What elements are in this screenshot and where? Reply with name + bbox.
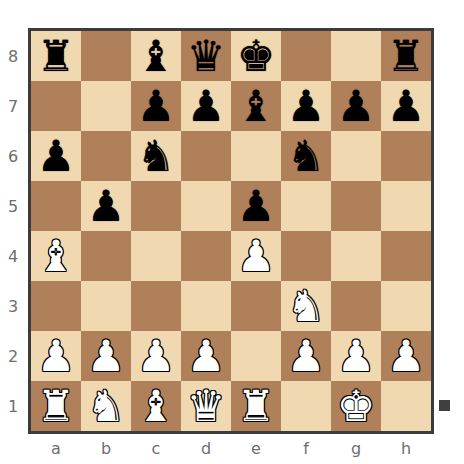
file-labels: abcdefgh [31,434,431,462]
square-d6[interactable] [181,131,231,181]
white-rook[interactable]: ♜ [237,385,276,428]
square-h6[interactable] [381,131,431,181]
square-e6[interactable] [231,131,281,181]
square-c7[interactable]: ♟ [131,81,181,131]
square-g6[interactable] [331,131,381,181]
white-knight[interactable]: ♞ [87,385,126,428]
white-pawn[interactable]: ♟ [287,335,326,378]
square-c5[interactable] [131,181,181,231]
black-knight[interactable]: ♞ [137,135,176,178]
white-bishop[interactable]: ♝ [137,385,176,428]
square-d7[interactable]: ♟ [181,81,231,131]
black-knight[interactable]: ♞ [287,135,326,178]
file-label-d: d [181,434,231,462]
black-bishop[interactable]: ♝ [237,85,276,128]
black-rook[interactable]: ♜ [387,35,426,78]
square-e7[interactable]: ♝ [231,81,281,131]
white-pawn[interactable]: ♟ [237,235,276,278]
black-pawn[interactable]: ♟ [37,135,76,178]
black-king[interactable]: ♚ [237,35,276,78]
square-c3[interactable] [131,281,181,331]
square-e1[interactable]: ♜ [231,381,281,431]
square-a8[interactable]: ♜ [31,31,81,81]
square-b3[interactable] [81,281,131,331]
square-h3[interactable] [381,281,431,331]
square-f5[interactable] [281,181,331,231]
square-g8[interactable] [331,31,381,81]
square-g7[interactable]: ♟ [331,81,381,131]
rank-label-5: 5 [0,181,26,231]
square-d4[interactable] [181,231,231,281]
white-pawn[interactable]: ♟ [37,335,76,378]
square-e4[interactable]: ♟ [231,231,281,281]
rank-label-1: 1 [0,381,26,431]
square-h7[interactable]: ♟ [381,81,431,131]
square-a2[interactable]: ♟ [31,331,81,381]
white-pawn[interactable]: ♟ [87,335,126,378]
square-b4[interactable] [81,231,131,281]
square-f3[interactable]: ♞ [281,281,331,331]
white-pawn[interactable]: ♟ [337,335,376,378]
square-a7[interactable] [31,81,81,131]
black-queen[interactable]: ♛ [187,35,226,78]
file-label-e: e [231,434,281,462]
square-g5[interactable] [331,181,381,231]
black-pawn[interactable]: ♟ [287,85,326,128]
white-queen[interactable]: ♛ [187,385,226,428]
square-g2[interactable]: ♟ [331,331,381,381]
file-label-g: g [331,434,381,462]
chess-board-screenshot: 87654321 ♜♝♛♚♜♟♟♝♟♟♟♟♞♞♟♟♝♟♞♟♟♟♟♟♟♟♜♞♝♛♜… [0,0,464,464]
square-h8[interactable]: ♜ [381,31,431,81]
square-a6[interactable]: ♟ [31,131,81,181]
board: ♜♝♛♚♜♟♟♝♟♟♟♟♞♞♟♟♝♟♞♟♟♟♟♟♟♟♜♞♝♛♜♚ [28,28,434,434]
square-c8[interactable]: ♝ [131,31,181,81]
rank-label-2: 2 [0,331,26,381]
square-b6[interactable] [81,131,131,181]
square-f8[interactable] [281,31,331,81]
black-pawn[interactable]: ♟ [237,185,276,228]
square-f1[interactable] [281,381,331,431]
file-label-c: c [131,434,181,462]
white-pawn[interactable]: ♟ [387,335,426,378]
square-a1[interactable]: ♜ [31,381,81,431]
square-g3[interactable] [331,281,381,331]
rank-label-3: 3 [0,281,26,331]
file-label-f: f [281,434,331,462]
square-d8[interactable]: ♛ [181,31,231,81]
white-knight[interactable]: ♞ [287,285,326,328]
square-c2[interactable]: ♟ [131,331,181,381]
square-b5[interactable]: ♟ [81,181,131,231]
black-pawn[interactable]: ♟ [137,85,176,128]
square-g4[interactable] [331,231,381,281]
file-label-a: a [31,434,81,462]
square-a5[interactable] [31,181,81,231]
square-b8[interactable] [81,31,131,81]
square-h2[interactable]: ♟ [381,331,431,381]
square-e8[interactable]: ♚ [231,31,281,81]
square-b1[interactable]: ♞ [81,381,131,431]
black-pawn[interactable]: ♟ [337,85,376,128]
white-pawn[interactable]: ♟ [137,335,176,378]
square-a3[interactable] [31,281,81,331]
square-f6[interactable]: ♞ [281,131,331,181]
black-pawn[interactable]: ♟ [87,185,126,228]
black-pawn[interactable]: ♟ [387,85,426,128]
square-a4[interactable]: ♝ [31,231,81,281]
square-f7[interactable]: ♟ [281,81,331,131]
white-rook[interactable]: ♜ [37,385,76,428]
rank-label-4: 4 [0,231,26,281]
square-h1[interactable] [381,381,431,431]
square-b2[interactable]: ♟ [81,331,131,381]
rank-labels: 87654321 [0,31,26,431]
white-pawn[interactable]: ♟ [187,335,226,378]
square-d3[interactable] [181,281,231,331]
square-e3[interactable] [231,281,281,331]
file-label-h: h [381,434,431,462]
square-g1[interactable]: ♚ [331,381,381,431]
square-d5[interactable] [181,181,231,231]
white-king[interactable]: ♚ [337,385,376,428]
file-label-b: b [81,434,131,462]
square-h4[interactable] [381,231,431,281]
black-pawn[interactable]: ♟ [187,85,226,128]
square-b7[interactable] [81,81,131,131]
square-c1[interactable]: ♝ [131,381,181,431]
square-e2[interactable] [231,331,281,381]
move-indicator [439,400,450,411]
white-bishop[interactable]: ♝ [37,235,76,278]
square-e5[interactable]: ♟ [231,181,281,231]
square-f4[interactable] [281,231,331,281]
square-d1[interactable]: ♛ [181,381,231,431]
square-c6[interactable]: ♞ [131,131,181,181]
rank-label-7: 7 [0,81,26,131]
square-h5[interactable] [381,181,431,231]
black-rook[interactable]: ♜ [37,35,76,78]
rank-label-8: 8 [0,31,26,81]
black-bishop[interactable]: ♝ [137,35,176,78]
square-f2[interactable]: ♟ [281,331,331,381]
rank-label-6: 6 [0,131,26,181]
square-d2[interactable]: ♟ [181,331,231,381]
square-c4[interactable] [131,231,181,281]
